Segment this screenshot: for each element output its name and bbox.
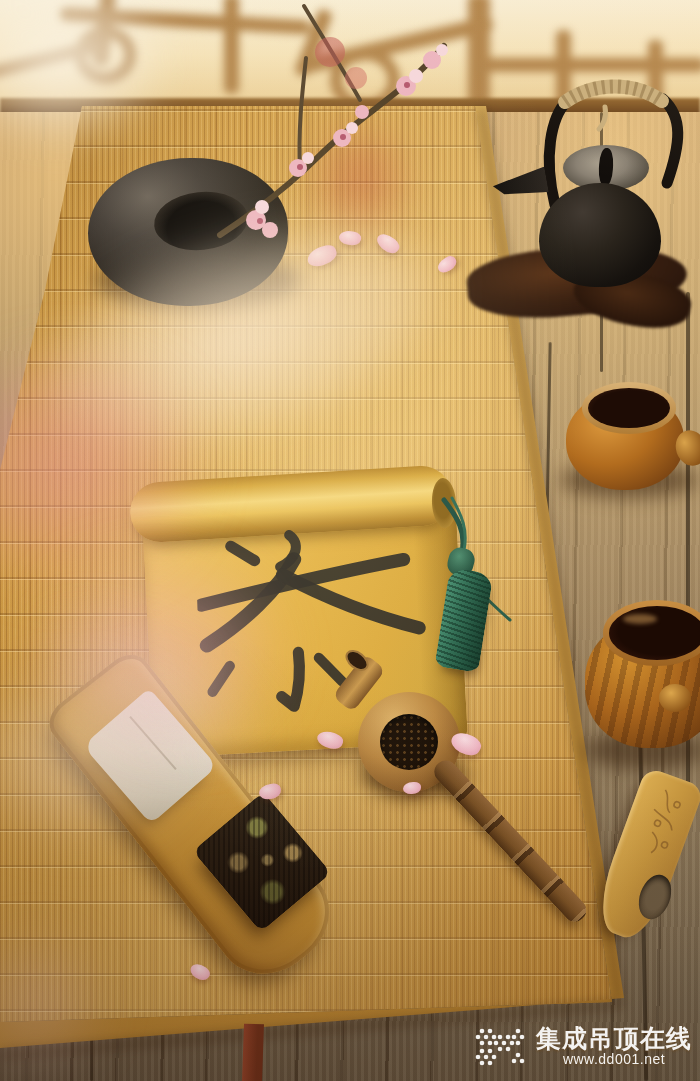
tea-cup-upper xyxy=(558,380,700,494)
photo-canvas: 茶 xyxy=(0,0,700,1081)
watermark-title: 集成吊顶在线 xyxy=(536,1025,692,1051)
watermark: 集成吊顶在线 www.dd001.net xyxy=(473,1023,692,1069)
blossom-petal xyxy=(403,782,421,794)
cup-handle xyxy=(659,684,691,712)
cup-interior xyxy=(588,388,670,428)
bamboo-strainer xyxy=(320,640,630,950)
watermark-url: www.dd001.net xyxy=(563,1052,665,1067)
watermark-text: 集成吊顶在线 www.dd001.net xyxy=(536,1025,692,1067)
strainer-mesh xyxy=(380,714,438,770)
watermark-logo xyxy=(473,1023,529,1069)
blossom-branch xyxy=(180,0,470,260)
strainer-handle xyxy=(430,756,591,927)
red-slat xyxy=(242,1024,264,1081)
lattice-scroll-motif xyxy=(74,26,136,84)
tea-highlight xyxy=(623,614,657,624)
iron-teapot xyxy=(455,55,700,330)
